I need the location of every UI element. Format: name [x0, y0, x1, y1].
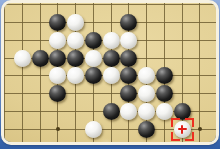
white-stone	[14, 50, 31, 67]
black-stone	[156, 85, 173, 102]
black-stone	[120, 67, 137, 84]
white-stone	[103, 32, 120, 49]
black-stone	[120, 14, 137, 31]
grid-line	[4, 3, 5, 142]
white-stone	[120, 32, 137, 49]
white-stone	[174, 121, 191, 138]
white-stone	[120, 103, 137, 120]
white-stone	[67, 67, 84, 84]
game-window	[0, 0, 220, 149]
white-stone	[138, 103, 155, 120]
grid-line	[40, 3, 41, 142]
star-point	[198, 127, 202, 131]
black-stone	[174, 103, 191, 120]
white-stone	[49, 67, 66, 84]
black-stone	[120, 85, 137, 102]
black-stone	[67, 50, 84, 67]
black-stone	[85, 67, 102, 84]
white-stone	[67, 14, 84, 31]
black-stone	[156, 67, 173, 84]
white-stone	[138, 85, 155, 102]
grid-line	[22, 3, 23, 142]
star-point	[56, 127, 60, 131]
grid-line	[4, 93, 216, 94]
grid-line	[217, 3, 218, 142]
black-stone	[32, 50, 49, 67]
black-stone	[120, 50, 137, 67]
black-stone	[103, 50, 120, 67]
white-stone	[49, 32, 66, 49]
board-frame	[1, 0, 219, 145]
black-stone	[49, 50, 66, 67]
black-stone	[49, 14, 66, 31]
grid-line	[199, 3, 200, 142]
black-stone	[138, 121, 155, 138]
black-stone	[85, 32, 102, 49]
white-stone	[67, 32, 84, 49]
grid-line	[4, 22, 216, 23]
white-stone	[156, 103, 173, 120]
grid-line	[4, 4, 216, 5]
white-stone	[85, 50, 102, 67]
white-stone	[85, 121, 102, 138]
white-stone	[138, 67, 155, 84]
black-stone	[103, 103, 120, 120]
board-grid[interactable]	[4, 3, 216, 142]
white-stone	[103, 67, 120, 84]
black-stone	[49, 85, 66, 102]
